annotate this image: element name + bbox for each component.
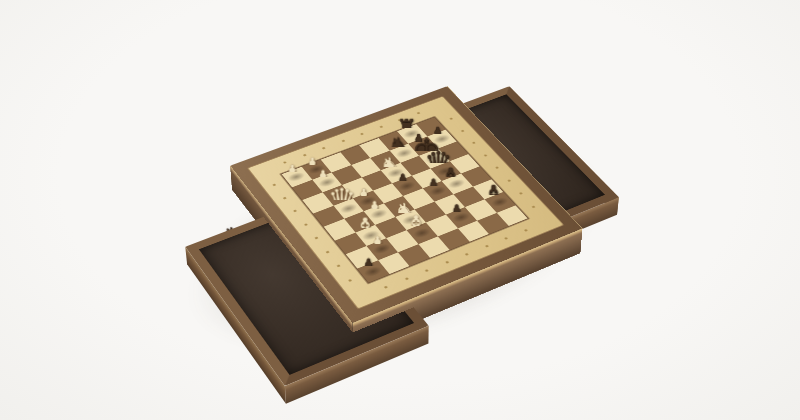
scene-3d: ♟♟♜♟♞♟♟♞♚♛♟♟♛♟♟♝♝♞♟♝♟♝♟ ♞♜♟♟♜♟♟♚ bbox=[0, 0, 800, 420]
product-photo-stage: ♟♟♜♟♞♟♟♞♚♛♟♟♛♟♟♝♝♞♟♝♟♝♟ ♞♜♟♟♜♟♟♚ bbox=[0, 0, 800, 420]
